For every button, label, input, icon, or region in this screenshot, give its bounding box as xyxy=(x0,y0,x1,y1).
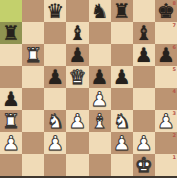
white-pawn[interactable]: ♟ xyxy=(157,110,175,132)
square-b3[interactable] xyxy=(22,110,44,132)
square-a2[interactable]: ♟ xyxy=(0,132,22,154)
square-g8[interactable] xyxy=(133,0,155,22)
square-h3[interactable]: ♟3 xyxy=(155,110,177,132)
square-d7[interactable]: ♝ xyxy=(66,22,88,44)
square-a1[interactable] xyxy=(0,154,22,176)
white-pawn[interactable]: ♟ xyxy=(135,132,153,154)
square-g7[interactable]: ♝ xyxy=(133,22,155,44)
square-b7[interactable] xyxy=(22,22,44,44)
square-g1[interactable]: ♚ xyxy=(133,154,155,176)
square-c8[interactable]: ♛ xyxy=(44,0,66,22)
white-bishop[interactable]: ♝ xyxy=(91,110,109,132)
square-h4[interactable]: 4 xyxy=(155,88,177,110)
white-king[interactable]: ♚ xyxy=(135,154,153,176)
square-a5[interactable] xyxy=(0,66,22,88)
square-h5[interactable]: 5 xyxy=(155,66,177,88)
black-pawn[interactable]: ♟ xyxy=(157,44,175,66)
rank-coordinate-4: 4 xyxy=(173,88,176,94)
square-f8[interactable]: ♜ xyxy=(111,0,133,22)
square-g2[interactable]: ♟ xyxy=(133,132,155,154)
white-rook[interactable]: ♜ xyxy=(24,44,42,66)
white-knight[interactable]: ♞ xyxy=(46,110,64,132)
square-h8[interactable]: ♚8 xyxy=(155,0,177,22)
square-g4[interactable] xyxy=(133,88,155,110)
square-f2[interactable]: ♟ xyxy=(111,132,133,154)
square-a8[interactable] xyxy=(0,0,22,22)
black-pawn[interactable]: ♟ xyxy=(135,44,153,66)
square-b8[interactable] xyxy=(22,0,44,22)
square-f5[interactable]: ♟ xyxy=(111,66,133,88)
black-rook[interactable]: ♜ xyxy=(2,22,20,44)
black-pawn[interactable]: ♟ xyxy=(68,44,86,66)
square-c5[interactable]: ♟ xyxy=(44,66,66,88)
white-pawn[interactable]: ♟ xyxy=(113,132,131,154)
black-pawn[interactable]: ♟ xyxy=(2,88,20,110)
rank-coordinate-1: 1 xyxy=(173,154,176,160)
black-rook[interactable]: ♜ xyxy=(113,0,131,22)
square-f4[interactable] xyxy=(111,88,133,110)
chess-app-window: ♛♞♜♚8♜♝♝7♜♟♟♟6♟♛♟♟5♟♟4♜♞♟♝♞♟3♟♟♟♟2♚1 xyxy=(0,0,177,178)
square-b5[interactable] xyxy=(22,66,44,88)
square-d8[interactable] xyxy=(66,0,88,22)
square-b1[interactable] xyxy=(22,154,44,176)
white-pawn[interactable]: ♟ xyxy=(2,132,20,154)
square-e4[interactable]: ♟ xyxy=(89,88,111,110)
square-d5[interactable]: ♛ xyxy=(66,66,88,88)
square-b6[interactable]: ♜ xyxy=(22,44,44,66)
square-f7[interactable] xyxy=(111,22,133,44)
rank-coordinate-2: 2 xyxy=(173,132,176,138)
square-h7[interactable]: 7 xyxy=(155,22,177,44)
white-pawn[interactable]: ♟ xyxy=(91,88,109,110)
black-pawn[interactable]: ♟ xyxy=(46,66,64,88)
square-d2[interactable] xyxy=(66,132,88,154)
white-rook[interactable]: ♜ xyxy=(2,110,20,132)
white-queen[interactable]: ♛ xyxy=(68,66,86,88)
square-f3[interactable]: ♞ xyxy=(111,110,133,132)
square-c7[interactable] xyxy=(44,22,66,44)
square-a7[interactable]: ♜ xyxy=(0,22,22,44)
square-c1[interactable] xyxy=(44,154,66,176)
square-a6[interactable] xyxy=(0,44,22,66)
black-bishop[interactable]: ♝ xyxy=(135,22,153,44)
black-knight[interactable]: ♞ xyxy=(91,0,109,22)
white-pawn[interactable]: ♟ xyxy=(46,132,64,154)
square-g5[interactable] xyxy=(133,66,155,88)
square-h6[interactable]: ♟6 xyxy=(155,44,177,66)
white-pawn[interactable]: ♟ xyxy=(68,110,86,132)
rank-coordinate-7: 7 xyxy=(173,22,176,28)
square-c4[interactable] xyxy=(44,88,66,110)
square-c2[interactable]: ♟ xyxy=(44,132,66,154)
square-f1[interactable] xyxy=(111,154,133,176)
square-h2[interactable]: 2 xyxy=(155,132,177,154)
square-g3[interactable] xyxy=(133,110,155,132)
square-f6[interactable] xyxy=(111,44,133,66)
square-b2[interactable] xyxy=(22,132,44,154)
square-d1[interactable] xyxy=(66,154,88,176)
square-e5[interactable]: ♟ xyxy=(89,66,111,88)
square-e3[interactable]: ♝ xyxy=(89,110,111,132)
square-g6[interactable]: ♟ xyxy=(133,44,155,66)
square-e2[interactable] xyxy=(89,132,111,154)
square-e8[interactable]: ♞ xyxy=(89,0,111,22)
rank-coordinate-5: 5 xyxy=(173,66,176,72)
square-h1[interactable]: 1 xyxy=(155,154,177,176)
black-king[interactable]: ♚ xyxy=(157,0,175,22)
square-e6[interactable] xyxy=(89,44,111,66)
square-e1[interactable] xyxy=(89,154,111,176)
chess-board: ♛♞♜♚8♜♝♝7♜♟♟♟6♟♛♟♟5♟♟4♜♞♟♝♞♟3♟♟♟♟2♚1 xyxy=(0,0,177,176)
square-c6[interactable] xyxy=(44,44,66,66)
square-d4[interactable] xyxy=(66,88,88,110)
square-a4[interactable]: ♟ xyxy=(0,88,22,110)
black-pawn[interactable]: ♟ xyxy=(91,66,109,88)
square-d6[interactable]: ♟ xyxy=(66,44,88,66)
square-d3[interactable]: ♟ xyxy=(66,110,88,132)
black-bishop[interactable]: ♝ xyxy=(68,22,86,44)
white-knight[interactable]: ♞ xyxy=(113,110,131,132)
square-a3[interactable]: ♜ xyxy=(0,110,22,132)
square-b4[interactable] xyxy=(22,88,44,110)
black-pawn[interactable]: ♟ xyxy=(113,66,131,88)
square-e7[interactable] xyxy=(89,22,111,44)
square-c3[interactable]: ♞ xyxy=(44,110,66,132)
black-queen[interactable]: ♛ xyxy=(46,0,64,22)
